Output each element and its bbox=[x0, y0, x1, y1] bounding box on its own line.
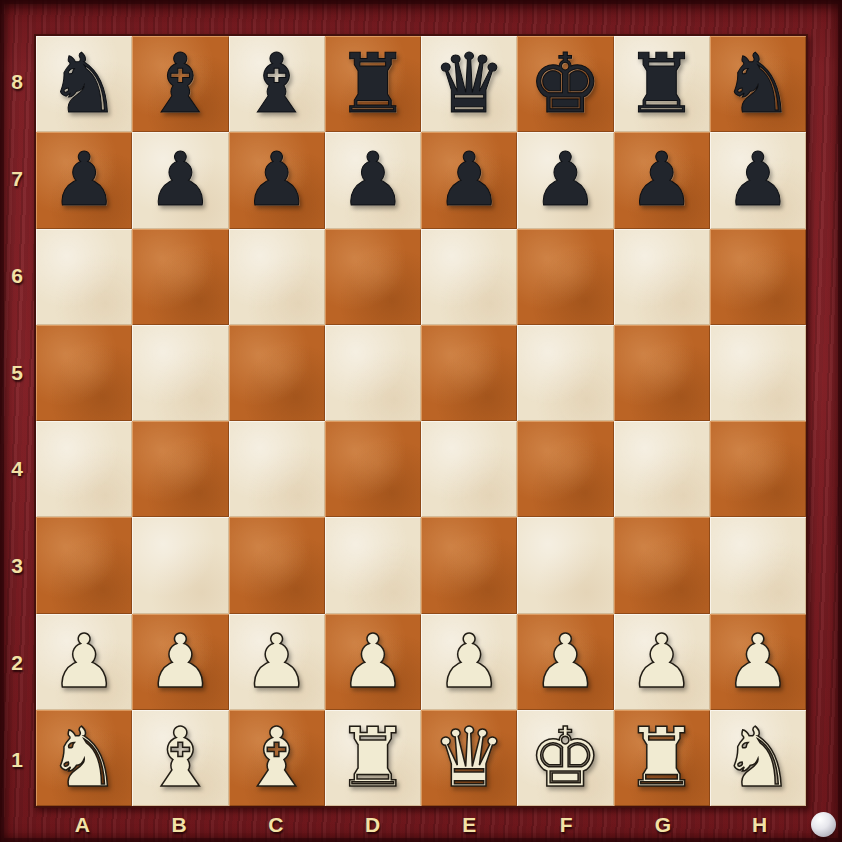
square-g3[interactable] bbox=[614, 517, 710, 613]
square-e6[interactable] bbox=[421, 229, 517, 325]
file-label-b: B bbox=[131, 808, 228, 842]
black-pawn-c7[interactable]: ♟ bbox=[243, 143, 309, 217]
square-f2[interactable]: ♟ bbox=[517, 614, 613, 710]
black-pawn-a7[interactable]: ♟ bbox=[51, 143, 117, 217]
square-d6[interactable] bbox=[325, 229, 421, 325]
black-bishop-b8[interactable]: ♝ bbox=[144, 43, 218, 125]
black-pawn-h7[interactable]: ♟ bbox=[725, 143, 791, 217]
square-g6[interactable] bbox=[614, 229, 710, 325]
square-a2[interactable]: ♟ bbox=[36, 614, 132, 710]
square-h8[interactable]: ♞ bbox=[710, 36, 806, 132]
square-a7[interactable]: ♟ bbox=[36, 132, 132, 228]
square-e5[interactable] bbox=[421, 325, 517, 421]
black-pawn-f7[interactable]: ♟ bbox=[532, 143, 598, 217]
square-d5[interactable] bbox=[325, 325, 421, 421]
square-c6[interactable] bbox=[229, 229, 325, 325]
white-bishop-b1[interactable]: ♝ bbox=[144, 717, 218, 799]
chessboard: ♞♝♝♜♛♚♜♞♟♟♟♟♟♟♟♟♟♟♟♟♟♟♟♟♞♝♝♜♛♚♜♞ bbox=[34, 34, 808, 808]
file-label-f: F bbox=[518, 808, 615, 842]
white-king-f1[interactable]: ♚ bbox=[529, 717, 603, 799]
square-g2[interactable]: ♟ bbox=[614, 614, 710, 710]
white-pawn-d2[interactable]: ♟ bbox=[340, 625, 406, 699]
square-b7[interactable]: ♟ bbox=[132, 132, 228, 228]
square-f4[interactable] bbox=[517, 421, 613, 517]
square-c7[interactable]: ♟ bbox=[229, 132, 325, 228]
file-label-e: E bbox=[421, 808, 518, 842]
square-a4[interactable] bbox=[36, 421, 132, 517]
black-rook-g8[interactable]: ♜ bbox=[625, 43, 699, 125]
chessboard-frame: ♞♝♝♜♛♚♜♞♟♟♟♟♟♟♟♟♟♟♟♟♟♟♟♟♞♝♝♜♛♚♜♞ 8765432… bbox=[0, 0, 842, 842]
black-king-f8[interactable]: ♚ bbox=[529, 43, 603, 125]
black-knight-a8[interactable]: ♞ bbox=[47, 43, 121, 125]
square-a1[interactable]: ♞ bbox=[36, 710, 132, 806]
rank-label-8: 8 bbox=[0, 34, 34, 131]
square-a6[interactable] bbox=[36, 229, 132, 325]
square-b4[interactable] bbox=[132, 421, 228, 517]
rank-label-5: 5 bbox=[0, 324, 34, 421]
square-d7[interactable]: ♟ bbox=[325, 132, 421, 228]
file-label-g: G bbox=[615, 808, 712, 842]
square-h3[interactable] bbox=[710, 517, 806, 613]
square-b5[interactable] bbox=[132, 325, 228, 421]
square-h4[interactable] bbox=[710, 421, 806, 517]
square-b2[interactable]: ♟ bbox=[132, 614, 228, 710]
file-label-d: D bbox=[324, 808, 421, 842]
square-b6[interactable] bbox=[132, 229, 228, 325]
white-pawn-h2[interactable]: ♟ bbox=[725, 625, 791, 699]
square-e2[interactable]: ♟ bbox=[421, 614, 517, 710]
black-pawn-e7[interactable]: ♟ bbox=[436, 143, 502, 217]
file-labels: ABCDEFGH bbox=[34, 808, 808, 842]
white-pawn-c2[interactable]: ♟ bbox=[243, 625, 309, 699]
square-f8[interactable]: ♚ bbox=[517, 36, 613, 132]
square-h1[interactable]: ♞ bbox=[710, 710, 806, 806]
rank-label-1: 1 bbox=[0, 711, 34, 808]
white-rook-d1[interactable]: ♜ bbox=[336, 717, 410, 799]
square-g8[interactable]: ♜ bbox=[614, 36, 710, 132]
square-g7[interactable]: ♟ bbox=[614, 132, 710, 228]
rank-label-6: 6 bbox=[0, 228, 34, 325]
square-h5[interactable] bbox=[710, 325, 806, 421]
square-e1[interactable]: ♛ bbox=[421, 710, 517, 806]
square-d2[interactable]: ♟ bbox=[325, 614, 421, 710]
square-g4[interactable] bbox=[614, 421, 710, 517]
square-c3[interactable] bbox=[229, 517, 325, 613]
square-f7[interactable]: ♟ bbox=[517, 132, 613, 228]
square-d4[interactable] bbox=[325, 421, 421, 517]
black-pawn-g7[interactable]: ♟ bbox=[628, 143, 694, 217]
square-c4[interactable] bbox=[229, 421, 325, 517]
square-e4[interactable] bbox=[421, 421, 517, 517]
square-a8[interactable]: ♞ bbox=[36, 36, 132, 132]
square-f5[interactable] bbox=[517, 325, 613, 421]
rank-labels: 87654321 bbox=[0, 34, 34, 808]
black-pawn-b7[interactable]: ♟ bbox=[147, 143, 213, 217]
square-c1[interactable]: ♝ bbox=[229, 710, 325, 806]
black-pawn-d7[interactable]: ♟ bbox=[340, 143, 406, 217]
square-b1[interactable]: ♝ bbox=[132, 710, 228, 806]
white-pawn-g2[interactable]: ♟ bbox=[628, 625, 694, 699]
white-pawn-b2[interactable]: ♟ bbox=[147, 625, 213, 699]
white-rook-g1[interactable]: ♜ bbox=[625, 717, 699, 799]
square-e3[interactable] bbox=[421, 517, 517, 613]
square-c2[interactable]: ♟ bbox=[229, 614, 325, 710]
rank-label-7: 7 bbox=[0, 131, 34, 228]
square-d3[interactable] bbox=[325, 517, 421, 613]
square-c5[interactable] bbox=[229, 325, 325, 421]
square-c8[interactable]: ♝ bbox=[229, 36, 325, 132]
square-d8[interactable]: ♜ bbox=[325, 36, 421, 132]
square-d1[interactable]: ♜ bbox=[325, 710, 421, 806]
file-label-h: H bbox=[711, 808, 808, 842]
rank-label-3: 3 bbox=[0, 518, 34, 615]
square-e8[interactable]: ♛ bbox=[421, 36, 517, 132]
square-g1[interactable]: ♜ bbox=[614, 710, 710, 806]
square-h6[interactable] bbox=[710, 229, 806, 325]
square-a5[interactable] bbox=[36, 325, 132, 421]
square-f1[interactable]: ♚ bbox=[517, 710, 613, 806]
file-label-c: C bbox=[228, 808, 325, 842]
white-queen-e1[interactable]: ♛ bbox=[432, 717, 506, 799]
square-a3[interactable] bbox=[36, 517, 132, 613]
square-f3[interactable] bbox=[517, 517, 613, 613]
rank-label-4: 4 bbox=[0, 421, 34, 518]
white-bishop-c1[interactable]: ♝ bbox=[240, 717, 314, 799]
square-b3[interactable] bbox=[132, 517, 228, 613]
white-knight-h1[interactable]: ♞ bbox=[721, 717, 795, 799]
black-queen-e8[interactable]: ♛ bbox=[432, 43, 506, 125]
square-b8[interactable]: ♝ bbox=[132, 36, 228, 132]
white-to-move-indicator bbox=[811, 812, 836, 837]
square-h7[interactable]: ♟ bbox=[710, 132, 806, 228]
white-pawn-e2[interactable]: ♟ bbox=[436, 625, 502, 699]
black-knight-h8[interactable]: ♞ bbox=[721, 43, 795, 125]
white-pawn-f2[interactable]: ♟ bbox=[532, 625, 598, 699]
white-pawn-a2[interactable]: ♟ bbox=[51, 625, 117, 699]
rank-label-2: 2 bbox=[0, 615, 34, 712]
square-f6[interactable] bbox=[517, 229, 613, 325]
black-bishop-c8[interactable]: ♝ bbox=[240, 43, 314, 125]
square-g5[interactable] bbox=[614, 325, 710, 421]
black-rook-d8[interactable]: ♜ bbox=[336, 43, 410, 125]
file-label-a: A bbox=[34, 808, 131, 842]
white-knight-a1[interactable]: ♞ bbox=[47, 717, 121, 799]
square-h2[interactable]: ♟ bbox=[710, 614, 806, 710]
square-e7[interactable]: ♟ bbox=[421, 132, 517, 228]
